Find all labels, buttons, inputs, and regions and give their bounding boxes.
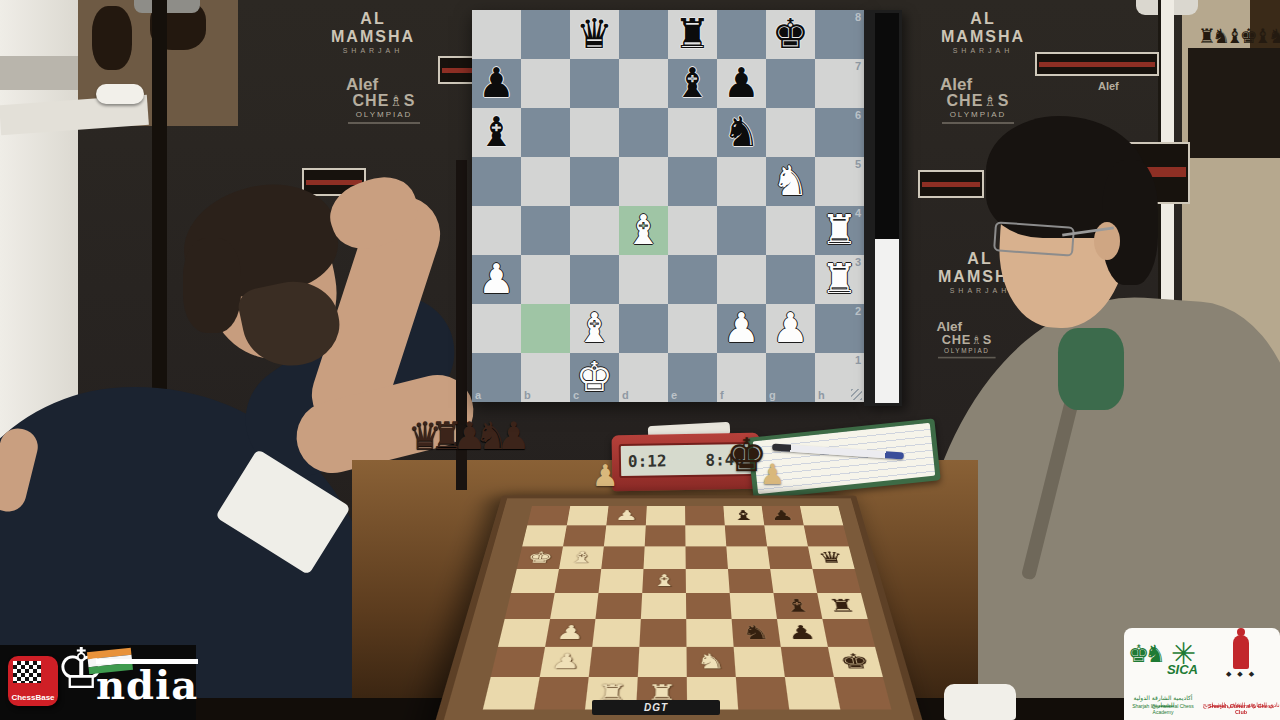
physical-square [730, 593, 777, 619]
physical-square [686, 569, 730, 593]
piece-white-pawn-a3[interactable]: ♟ [478, 259, 515, 300]
physical-square [534, 677, 589, 710]
sica-chess-pieces-icon: ♚♞ [1128, 640, 1161, 668]
piece-white-pawn-g2[interactable]: ♟ [772, 308, 809, 349]
square-g7[interactable] [766, 59, 815, 108]
physical-square [592, 619, 641, 647]
square-f4[interactable] [717, 206, 766, 255]
physical-square [491, 647, 545, 677]
physical-square [685, 506, 725, 526]
square-e4[interactable] [668, 206, 717, 255]
square-a8[interactable] [472, 10, 521, 59]
shelf-brand-label: Alef [1098, 80, 1119, 92]
square-b8[interactable] [521, 10, 570, 59]
rank-label-8: 8 [855, 11, 861, 23]
physical-square [555, 569, 602, 593]
india-wordmark: ndia [96, 659, 198, 705]
sharjah-club-logo: ◆ ◆ ◆ نادي الشارقة الثقافي للشطرنج Sharj… [1202, 628, 1280, 720]
event-logo: Alef CHE♗S OLYMPIAD [930, 320, 1004, 358]
square-d6[interactable] [619, 108, 668, 157]
physical-square: ♛ [808, 546, 855, 568]
physical-square [567, 506, 609, 526]
square-a5[interactable] [472, 157, 521, 206]
piece-black-pawn-a7[interactable]: ♟ [478, 63, 515, 104]
cabinet-shadow-band [0, 56, 78, 90]
physical-square: ♞ [686, 647, 735, 677]
square-a6[interactable]: ♝ [472, 108, 521, 157]
square-b5[interactable] [521, 157, 570, 206]
physical-square: ♟ [777, 619, 828, 647]
square-h4[interactable]: 4♜ [815, 206, 864, 255]
square-c6[interactable] [570, 108, 619, 157]
physical-square [595, 593, 642, 619]
chessbase-app-icon: ChessBase [8, 656, 58, 706]
file-label-c: c [573, 389, 579, 401]
physical-chessboard: ♛♜♚♟♝♟♝♞♞♝♜♟♜♝♟♟♚ [430, 495, 929, 720]
background-sideboard [1188, 48, 1280, 158]
club-english-name: Sharjah Cultural & Chess Club [1202, 703, 1280, 715]
piece-white-king-c1[interactable]: ♚ [576, 357, 613, 398]
physical-square [685, 546, 727, 568]
eval-black-portion [875, 13, 899, 239]
physical-piece-black-queen: ♛ [817, 550, 846, 565]
physical-square [822, 619, 875, 647]
square-e5[interactable] [668, 157, 717, 206]
physical-square [736, 677, 789, 710]
shelf-trophy [92, 6, 132, 70]
physical-piece-black-bishop: ♝ [731, 509, 756, 522]
table-piece-light-pawn: ♟ [592, 458, 619, 493]
rank-label-2: 2 [855, 305, 861, 317]
physical-square: ♟ [545, 619, 595, 647]
square-g6[interactable] [766, 108, 815, 157]
square-d7[interactable] [619, 59, 668, 108]
physical-square [505, 593, 555, 619]
piece-white-rook-h3[interactable]: ♜ [821, 259, 858, 300]
square-g5[interactable]: ♞ [766, 157, 815, 206]
physical-square: ♟ [762, 506, 804, 526]
piece-black-rook-e8[interactable]: ♜ [674, 14, 711, 55]
physical-square [734, 647, 785, 677]
physical-square [601, 546, 644, 568]
physical-square [522, 525, 567, 546]
square-b1[interactable]: b [521, 353, 570, 402]
player-left-hair [183, 238, 241, 333]
rank-label-7: 7 [855, 60, 861, 72]
board-brand-label: DGT [592, 700, 720, 715]
physical-square [604, 525, 646, 546]
chessbase-india-banner: ChessBase ♔ ndia [0, 645, 196, 720]
physical-piece-white-knight: ♞ [696, 651, 726, 672]
evaluation-panel [864, 10, 902, 406]
sica-acronym: SICA [1167, 662, 1198, 677]
square-d3[interactable] [619, 255, 668, 304]
square-e2[interactable] [668, 304, 717, 353]
physical-piece-white-pawn: ♟ [614, 509, 639, 522]
square-h5[interactable]: 5 [815, 157, 864, 206]
coffee-cup [944, 684, 1016, 720]
square-f5[interactable] [717, 157, 766, 206]
backdrop-shelf [1035, 52, 1159, 76]
physical-square [725, 525, 767, 546]
player-right-shirt [1058, 328, 1124, 410]
rank-label-6: 6 [855, 109, 861, 121]
evaluation-bar [875, 13, 899, 403]
physical-piece-white-king: ♚ [526, 550, 555, 565]
file-label-e: e [671, 389, 677, 401]
square-g1[interactable]: g [766, 353, 815, 402]
piece-white-knight-g5[interactable]: ♞ [772, 161, 809, 202]
physical-square [598, 569, 643, 593]
chessbase-label: ChessBase [8, 693, 58, 702]
square-g2[interactable]: ♟ [766, 304, 815, 353]
lamp-pole-left [152, 0, 167, 450]
venue-city: SHARJAH [318, 47, 428, 54]
clock-time-left: 0:12 [628, 451, 667, 471]
square-b4[interactable] [521, 206, 570, 255]
venue-name: AL MAMSHA [318, 10, 428, 46]
physical-board-squares: ♛♜♚♟♝♟♝♞♞♝♜♟♜♝♟♟♚ [483, 506, 892, 710]
event-logo-piece-icon: ♗ [389, 92, 403, 110]
club-checker-base-icon: ◆ ◆ ◆ [1202, 670, 1280, 678]
square-e7[interactable]: ♝ [668, 59, 717, 108]
physical-square [686, 593, 732, 619]
physical-piece-black-rook: ♜ [827, 597, 858, 615]
square-h7[interactable]: 7 [815, 59, 864, 108]
physical-piece-white-pawn: ♟ [550, 651, 582, 672]
chessboard-pattern-icon [13, 661, 41, 683]
physical-piece-white-bishop: ♝ [651, 573, 678, 589]
table-piece-light-pawn: ♟ [760, 458, 785, 491]
physical-square [785, 677, 840, 710]
event-logo: Alef CHE♗S OLYMPIAD [932, 76, 1024, 124]
physical-piece-white-bishop: ♝ [568, 550, 596, 565]
square-a2[interactable] [472, 304, 521, 353]
square-c5[interactable] [570, 157, 619, 206]
square-e6[interactable] [668, 108, 717, 157]
physical-piece-black-bishop: ♝ [783, 597, 813, 615]
square-e8[interactable]: ♜ [668, 10, 717, 59]
square-h1[interactable]: 1h [815, 353, 864, 402]
square-c4[interactable] [570, 206, 619, 255]
square-e1[interactable]: e [668, 353, 717, 402]
physical-square [728, 569, 774, 593]
sica-logo: ♚♞ ✳ SICA أكاديمية الشارقة الدولية للشطر… [1124, 628, 1202, 720]
physical-square [498, 619, 550, 647]
paper-roll [96, 84, 144, 104]
club-tower-icon [1233, 635, 1249, 669]
square-c3[interactable] [570, 255, 619, 304]
physical-square: ♚ [517, 546, 563, 568]
square-d2[interactable] [619, 304, 668, 353]
physical-square [483, 677, 540, 710]
square-b2[interactable] [521, 304, 570, 353]
physical-square [781, 647, 834, 677]
physical-square: ♝ [773, 593, 822, 619]
square-a1[interactable]: a [472, 353, 521, 402]
piece-white-bishop-c2[interactable]: ♝ [576, 308, 613, 349]
square-h2[interactable]: 2 [815, 304, 864, 353]
physical-square [685, 525, 726, 546]
square-g3[interactable] [766, 255, 815, 304]
physical-square [726, 546, 770, 568]
board-resize-handle-icon[interactable] [851, 389, 862, 400]
square-f3[interactable] [717, 255, 766, 304]
physical-square: ♞ [732, 619, 781, 647]
rank-label-4: 4 [855, 207, 861, 219]
physical-square [643, 546, 685, 568]
physical-piece-black-king: ♚ [838, 651, 872, 672]
physical-square: ♟ [606, 506, 647, 526]
square-f7[interactable]: ♟ [717, 59, 766, 108]
physical-square: ♟ [540, 647, 593, 677]
backdrop-shelf [438, 56, 476, 84]
square-g4[interactable] [766, 206, 815, 255]
square-h8[interactable]: 8 [815, 10, 864, 59]
venue-logo: AL MAMSHA SHARJAH [318, 10, 428, 54]
physical-square: ♝ [642, 569, 686, 593]
physical-square: ♜ [817, 593, 868, 619]
square-h6[interactable]: 6 [815, 108, 864, 157]
square-e3[interactable] [668, 255, 717, 304]
broadcast-frame: ♜♞♝♚♝♞♜ AL MAMSHA SHARJAH AL MAMSHA SHAR… [0, 0, 1280, 720]
player-right-glasses [993, 221, 1075, 257]
physical-square [767, 546, 812, 568]
file-label-a: a [475, 389, 481, 401]
piece-black-queen-c8[interactable]: ♛ [576, 14, 613, 55]
physical-square [800, 506, 843, 526]
venue-logo: AL MAMSHA SHARJAH [928, 10, 1038, 54]
square-a3[interactable]: ♟ [472, 255, 521, 304]
square-d4[interactable]: ♝ [619, 206, 668, 255]
piece-black-knight-f6[interactable]: ♞ [723, 112, 760, 153]
file-label-h: h [818, 389, 825, 401]
physical-square: ♚ [828, 647, 883, 677]
piece-white-rook-h4[interactable]: ♜ [821, 210, 858, 251]
square-d1[interactable]: d [619, 353, 668, 402]
physical-square: ♝ [723, 506, 764, 526]
physical-square [645, 525, 686, 546]
physical-square [511, 569, 559, 593]
square-d8[interactable] [619, 10, 668, 59]
backdrop-shelf [918, 170, 984, 198]
physical-piece-black-knight: ♞ [741, 623, 771, 642]
file-label-g: g [769, 389, 776, 401]
physical-square [764, 525, 808, 546]
physical-square [563, 525, 606, 546]
piece-black-bishop-a6[interactable]: ♝ [478, 112, 515, 153]
square-f6[interactable]: ♞ [717, 108, 766, 157]
physical-piece-black-pawn: ♟ [769, 509, 795, 522]
physical-square [527, 506, 570, 526]
physical-square [812, 569, 861, 593]
square-d5[interactable] [619, 157, 668, 206]
square-a7[interactable]: ♟ [472, 59, 521, 108]
physical-square [804, 525, 849, 546]
physical-square [589, 647, 640, 677]
square-f8[interactable] [717, 10, 766, 59]
event-logo-subline [348, 122, 420, 124]
physical-square [770, 569, 817, 593]
lamp-head-left [134, 0, 200, 13]
physical-square: ♝ [559, 546, 604, 568]
square-a4[interactable] [472, 206, 521, 255]
file-label-b: b [524, 389, 531, 401]
rank-label-3: 3 [855, 256, 861, 268]
rank-label-5: 5 [855, 158, 861, 170]
rank-label-1: 1 [855, 354, 861, 366]
piece-black-bishop-e7[interactable]: ♝ [674, 63, 711, 104]
square-c2[interactable]: ♝ [570, 304, 619, 353]
board-overlay-window[interactable]: ♛♜♚8♟♝♟7♝♞6♞5♝4♜♟3♜♝♟♟2abc♚defg1h [472, 10, 864, 402]
physical-piece-white-pawn: ♟ [555, 623, 586, 642]
piece-black-king-g8[interactable]: ♚ [772, 14, 809, 55]
piece-white-pawn-f2[interactable]: ♟ [723, 308, 760, 349]
square-c8[interactable]: ♛ [570, 10, 619, 59]
square-f1[interactable]: f [717, 353, 766, 402]
sharjah-logos-panel: ♚♞ ✳ SICA أكاديمية الشارقة الدولية للشطر… [1124, 628, 1280, 720]
square-g8[interactable]: ♚ [766, 10, 815, 59]
square-h3[interactable]: 3♜ [815, 255, 864, 304]
eval-white-portion [875, 239, 899, 403]
piece-white-bishop-d4[interactable]: ♝ [625, 210, 662, 251]
captured-pieces-tray: ♛♜♟♞♟ [408, 414, 518, 458]
square-c1[interactable]: c♚ [570, 353, 619, 402]
physical-square [550, 593, 598, 619]
physical-square [686, 619, 733, 647]
physical-square [834, 677, 892, 710]
physical-square [638, 647, 687, 677]
physical-square [641, 593, 686, 619]
sica-english-name: Sharjah International Chess Academy [1124, 703, 1202, 715]
file-label-f: f [720, 389, 724, 401]
square-b6[interactable] [521, 108, 570, 157]
physical-square [646, 506, 686, 526]
file-label-d: d [622, 389, 629, 401]
piece-black-pawn-f7[interactable]: ♟ [723, 63, 760, 104]
square-b7[interactable] [521, 59, 570, 108]
square-b3[interactable] [521, 255, 570, 304]
physical-square [639, 619, 686, 647]
square-f2[interactable]: ♟ [717, 304, 766, 353]
square-c7[interactable] [570, 59, 619, 108]
physical-piece-black-pawn: ♟ [786, 623, 817, 642]
event-logo: Alef CHE♗S OLYMPIAD [338, 76, 430, 124]
